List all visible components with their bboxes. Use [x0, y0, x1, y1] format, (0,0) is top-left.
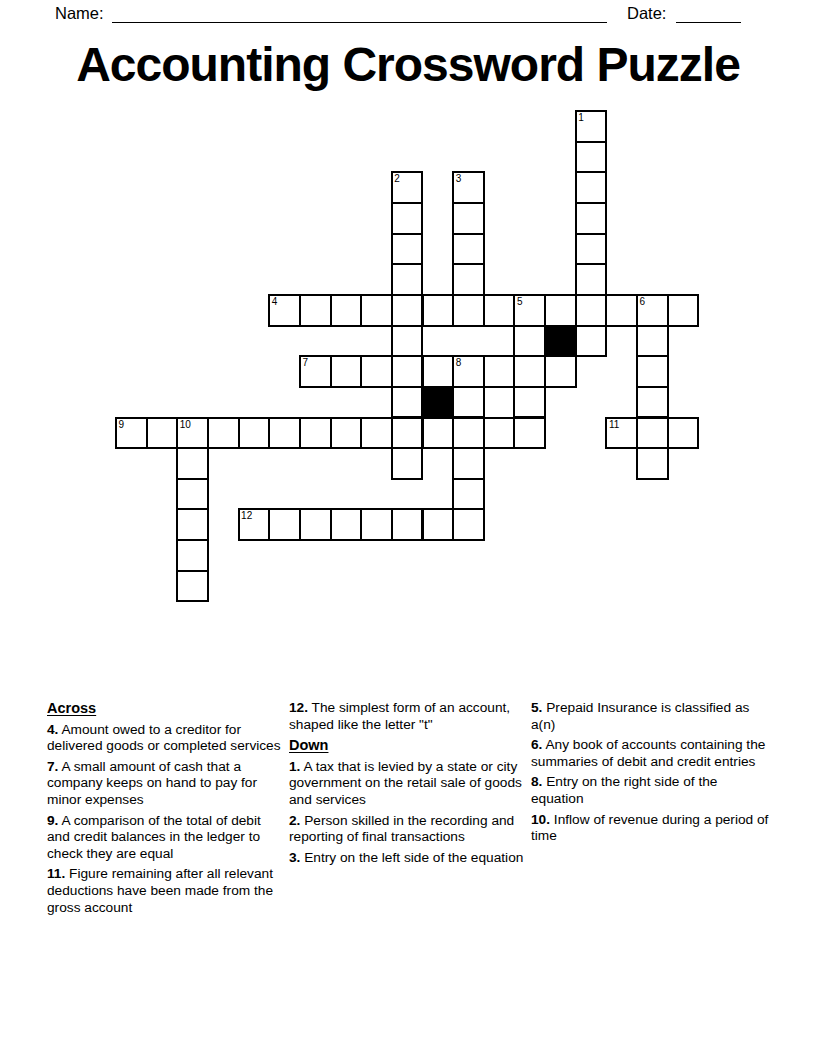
crossword-cell[interactable]: [453, 387, 484, 418]
crossword-cell[interactable]: [668, 418, 699, 449]
crossword-cell[interactable]: [331, 418, 362, 449]
crossword-cell[interactable]: [239, 418, 270, 449]
clue: 10. Inflow of revenue during a period of…: [531, 812, 769, 845]
clue-number: 11.: [47, 866, 65, 881]
name-label: Name:: [55, 4, 104, 23]
crossword-cell[interactable]: [361, 295, 392, 326]
crossword-cell[interactable]: [606, 295, 637, 326]
clue: 1. A tax that is levied by a state or ci…: [289, 759, 529, 809]
clue-number: 3.: [289, 850, 300, 865]
crossword-cell[interactable]: [392, 326, 423, 357]
crossword-cell[interactable]: [637, 356, 668, 387]
clue: 9. A comparison of the total of debit an…: [47, 813, 285, 863]
crossword-cell[interactable]: [269, 509, 300, 540]
clue: 5. Prepaid Insurance is classified as a(…: [531, 700, 769, 733]
crossword-cell[interactable]: [576, 264, 607, 295]
clue: 12. The simplest form of an account, sha…: [289, 700, 529, 733]
crossword-cell[interactable]: [177, 479, 208, 510]
clue-number: 2.: [289, 813, 300, 828]
clue-number: 12.: [289, 700, 308, 715]
clue: 11. Figure remaining after all relevant …: [47, 866, 285, 916]
crossword-cell[interactable]: [331, 509, 362, 540]
crossword-cell[interactable]: [269, 295, 300, 326]
clue: 6. Any book of accounts containing the s…: [531, 737, 769, 770]
crossword-cell[interactable]: [177, 509, 208, 540]
crossword-cell[interactable]: [392, 203, 423, 234]
clue: 8. Entry on the right side of the equati…: [531, 774, 769, 807]
crossword-cell[interactable]: [484, 356, 515, 387]
crossword-cell[interactable]: [300, 509, 331, 540]
crossword-cell[interactable]: [300, 356, 331, 387]
crossword-cell[interactable]: [361, 418, 392, 449]
crossword-cell[interactable]: [392, 295, 423, 326]
crossword-cell[interactable]: [392, 509, 423, 540]
crossword-cell[interactable]: [453, 203, 484, 234]
crossword-cell[interactable]: [514, 326, 545, 357]
crossword-cell[interactable]: [147, 418, 178, 449]
clue-number: 8.: [531, 774, 542, 789]
crossword-cell[interactable]: [576, 295, 607, 326]
crossword-cell[interactable]: [300, 295, 331, 326]
crossword-cell[interactable]: [576, 172, 607, 203]
crossword-cell[interactable]: [514, 356, 545, 387]
crossword-cell[interactable]: [361, 356, 392, 387]
crossword-cell[interactable]: [423, 509, 454, 540]
crossword-cell[interactable]: [361, 509, 392, 540]
crossword-cell[interactable]: [606, 418, 637, 449]
clue-number: 5.: [531, 700, 542, 715]
crossword-cell[interactable]: [514, 387, 545, 418]
crossword-cell[interactable]: [392, 418, 423, 449]
clue-list-heading: Down: [289, 737, 529, 754]
crossword-cell[interactable]: [484, 295, 515, 326]
crossword-cell[interactable]: [392, 234, 423, 265]
crossword-cell[interactable]: [331, 295, 362, 326]
clue-number: 1.: [289, 759, 300, 774]
crossword-cell[interactable]: [392, 172, 423, 203]
clue-number: 9.: [47, 813, 58, 828]
crossword-cell-black: [423, 387, 454, 418]
clue-column: 5. Prepaid Insurance is classified as a(…: [531, 700, 769, 849]
crossword-cell[interactable]: [269, 418, 300, 449]
crossword-cell[interactable]: [637, 418, 668, 449]
crossword-cell-black: [545, 326, 576, 357]
crossword-cell[interactable]: [453, 509, 484, 540]
crossword-cell[interactable]: [453, 479, 484, 510]
clue-list-heading-text: Down: [289, 737, 328, 753]
crossword-cell[interactable]: [453, 295, 484, 326]
clue-list-heading-text: Across: [47, 700, 96, 716]
clue-number: 4.: [47, 722, 58, 737]
crossword-cell[interactable]: [484, 418, 515, 449]
crossword-cell[interactable]: [423, 356, 454, 387]
date-label: Date:: [627, 4, 666, 23]
crossword-cell[interactable]: [177, 418, 208, 449]
crossword-cell[interactable]: [545, 295, 576, 326]
clue: 7. A small amount of cash that a company…: [47, 759, 285, 809]
crossword-cell[interactable]: [423, 418, 454, 449]
crossword-cell[interactable]: [392, 356, 423, 387]
clue: 3. Entry on the left side of the equatio…: [289, 850, 529, 867]
clue-list-heading: Across: [47, 700, 285, 717]
crossword-cell[interactable]: [637, 295, 668, 326]
crossword-cell[interactable]: [453, 448, 484, 479]
date-blank-line[interactable]: [676, 22, 741, 23]
crossword-cell[interactable]: [300, 418, 331, 449]
crossword-cell[interactable]: [576, 326, 607, 357]
crossword-cell[interactable]: [453, 418, 484, 449]
crossword-cell[interactable]: [453, 234, 484, 265]
clue: 2. Person skilled in the recording and r…: [289, 813, 529, 846]
crossword-cell[interactable]: [392, 387, 423, 418]
crossword-cell[interactable]: [453, 264, 484, 295]
crossword-cell[interactable]: [576, 111, 607, 142]
crossword-cell[interactable]: [453, 172, 484, 203]
crossword-grid: 123456789101112: [116, 111, 699, 602]
crossword-cell[interactable]: [392, 264, 423, 295]
clue-number: 10.: [531, 812, 550, 827]
crossword-cell[interactable]: [637, 448, 668, 479]
crossword-cell[interactable]: [637, 387, 668, 418]
crossword-cell[interactable]: [392, 448, 423, 479]
crossword-cell[interactable]: [208, 418, 239, 449]
crossword-cell[interactable]: [177, 540, 208, 571]
clue-number: 6.: [531, 737, 542, 752]
clue: 4. Amount owed to a creditor for deliver…: [47, 722, 285, 755]
crossword-cell[interactable]: [576, 234, 607, 265]
crossword-cell[interactable]: [453, 356, 484, 387]
crossword-cell[interactable]: [177, 448, 208, 479]
clue-column: 12. The simplest form of an account, sha…: [289, 700, 529, 870]
crossword-cell[interactable]: [423, 295, 454, 326]
crossword-cell[interactable]: [668, 295, 699, 326]
crossword-cell[interactable]: [545, 356, 576, 387]
crossword-cell[interactable]: [637, 326, 668, 357]
page-title: Accounting Crossword Puzzle: [0, 36, 816, 94]
crossword-cell[interactable]: [116, 418, 147, 449]
crossword-cell[interactable]: [239, 509, 270, 540]
crossword-cell[interactable]: [514, 418, 545, 449]
clue-column: Across4. Amount owed to a creditor for d…: [47, 700, 285, 920]
crossword-cell[interactable]: [576, 203, 607, 234]
crossword-cell[interactable]: [576, 142, 607, 173]
crossword-cell[interactable]: [331, 356, 362, 387]
clue-number: 7.: [47, 759, 58, 774]
crossword-cell[interactable]: [177, 571, 208, 602]
crossword-cell[interactable]: [514, 295, 545, 326]
name-blank-line[interactable]: [112, 22, 607, 23]
